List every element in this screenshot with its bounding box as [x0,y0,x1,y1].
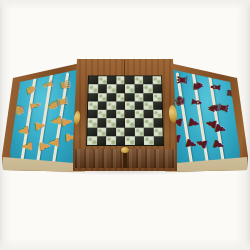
board-square [106,101,115,110]
board-square [106,136,116,145]
board-square [88,118,98,127]
tray-piece-pawn: ♟ [47,136,61,148]
board-square [144,118,153,127]
board-square [134,136,144,145]
board-square [97,136,107,145]
board-square [143,76,152,84]
tray-piece-knight: ♞ [192,80,206,93]
board-square [125,127,134,136]
board-square [153,110,162,119]
tray-piece-bishop: ♝ [40,78,56,93]
board-square [88,93,97,101]
board-square [144,136,154,145]
board-square [134,101,143,110]
board-square [143,93,152,101]
board-square [152,93,161,101]
board-square [125,84,134,92]
tray-piece-pawn: ♟ [186,116,201,130]
board-square [134,84,143,92]
board-square [97,110,106,119]
board-square [125,101,134,110]
board-square [97,101,106,110]
board-square [97,118,106,127]
tray-piece-pawn: ♟ [60,116,74,129]
tray-piece-rook: ♜ [175,74,189,86]
tray-piece-pawn: ♟ [213,121,228,135]
board-square [134,127,143,136]
board-square [107,93,116,101]
board-square [125,110,134,119]
tray-piece-bishop: ♝ [28,98,43,112]
board-square [153,136,163,145]
tray-piece-pawn: ♟ [20,140,34,153]
board-square [106,127,115,136]
board-square [152,84,161,92]
tray-piece-rook: ♜ [55,95,70,109]
board-square [87,127,97,136]
board-square [87,136,97,145]
board-square [107,84,116,92]
board-square [125,136,134,145]
tray-piece-pawn: ♟ [16,124,31,138]
board-square [98,76,107,84]
board-square [144,110,153,119]
brass-latch-icon [121,147,129,153]
board-fold-seam [124,60,125,148]
board-square [134,76,143,84]
board-square [125,93,134,101]
board-square [88,84,97,92]
board-square [97,93,106,101]
tray-piece-pawn: ♟ [33,119,47,132]
tray-piece-knight: ♞ [24,82,40,97]
board-square [106,110,115,119]
board-square [153,127,163,136]
board-square [89,76,98,84]
board-square [152,76,161,84]
carved-front-panel-right [127,149,175,168]
board-square [88,110,97,119]
right-piece-tray: ♜♞♝♛♚♝♞♜♟♟♟♟♟♟♟♟ [165,60,249,174]
board-square [153,101,162,110]
board-square [125,76,134,84]
tray-piece-queen: ♛ [57,78,72,92]
board-square [98,84,107,92]
board-square [143,101,152,110]
board-square [134,118,143,127]
board-square [144,127,154,136]
tray-piece-rook: ♜ [216,101,231,115]
tray-piece-pawn: ♟ [211,137,227,152]
board-square [88,101,97,110]
chess-board [86,75,164,146]
board-square [134,93,143,101]
chess-set-photo: ♜♞♝♛♚♝♞♜♟♟♟♟♟♟♟♟ ♜♞♝♛♚♝♞♜♟♟♟♟♟♟♟♟ [0,0,250,250]
board-square [143,84,152,92]
board-square [106,118,115,127]
tray-piece-bishop: ♝ [209,81,223,94]
board-square [107,76,116,84]
chess-board-box [73,59,177,171]
board-square [125,118,134,127]
board-square [97,127,107,136]
board-perspective [86,75,164,146]
tray-piece-bishop: ♝ [189,95,203,108]
carved-front-panel-left [75,149,123,168]
board-square [153,118,163,127]
board-square [134,110,143,119]
